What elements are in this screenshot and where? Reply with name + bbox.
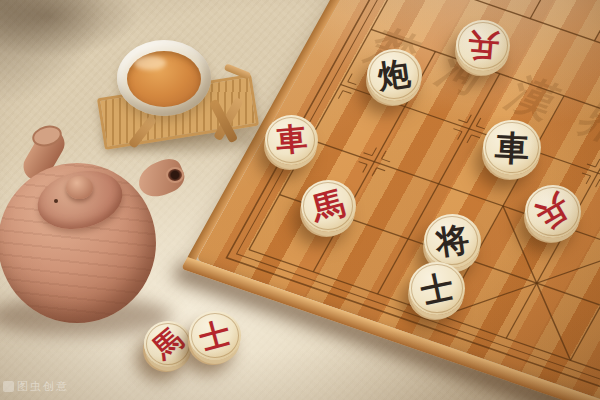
piece-character: 兵 [466, 29, 500, 63]
piece-character: 炮 [376, 57, 412, 93]
teapot-lid-airhole [54, 199, 58, 203]
xiangqi-piece-black-将[interactable]: 将 [424, 214, 481, 268]
teapot-lid-knob [66, 176, 93, 199]
watermark: 图虫创意 [3, 379, 69, 394]
xiangqi-piece-red-士[interactable]: 士 [189, 311, 241, 360]
piece-character: 士 [197, 317, 234, 354]
piece-character: 馬 [308, 186, 347, 225]
piece-character: 馬 [148, 324, 187, 363]
piece-character: 車 [274, 123, 308, 157]
piece-character: 士 [418, 270, 456, 308]
tea-highlight [134, 56, 166, 70]
piece-character: 車 [494, 130, 530, 166]
piece-character: 兵 [531, 190, 575, 234]
xiangqi-piece-red-馬[interactable]: 馬 [144, 321, 192, 367]
watermark-text: 图虫创意 [17, 379, 69, 394]
xiangqi-piece-red-兵[interactable]: 兵 [456, 20, 510, 71]
xiangqi-piece-black-士[interactable]: 士 [409, 262, 465, 315]
xiangqi-piece-red-兵[interactable]: 兵 [525, 185, 581, 238]
xiangqi-piece-black-車[interactable]: 車 [483, 120, 541, 175]
watermark-logo [3, 381, 14, 392]
xiangqi-piece-red-車[interactable]: 車 [265, 115, 318, 165]
teapot-spout-opening [166, 167, 184, 183]
xiangqi-piece-black-炮[interactable]: 炮 [367, 49, 422, 101]
photo-scene: 楚河漢界 兵炮車車馬兵将士馬士 图虫创意 [0, 0, 600, 400]
piece-character: 将 [433, 222, 470, 259]
xiangqi-piece-red-馬[interactable]: 馬 [301, 180, 356, 232]
